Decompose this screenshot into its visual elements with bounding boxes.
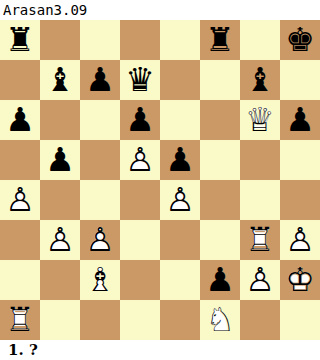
square-d6[interactable]: ♟ xyxy=(120,100,160,140)
black-pawn-piece[interactable]: ♟ xyxy=(280,100,320,140)
black-pawn-piece[interactable]: ♟ xyxy=(40,140,80,180)
white-pawn-glyph-outline: ♙ xyxy=(120,140,160,180)
square-b3[interactable]: ♟♙ xyxy=(40,220,80,260)
white-pawn-glyph-outline: ♙ xyxy=(0,180,40,220)
black-pawn-glyph: ♟ xyxy=(40,140,80,180)
square-f3[interactable] xyxy=(200,220,240,260)
black-pawn-glyph: ♟ xyxy=(200,260,240,300)
square-h7[interactable] xyxy=(280,60,320,100)
black-rook-piece[interactable]: ♜ xyxy=(200,20,240,60)
square-f1[interactable]: ♞♘ xyxy=(200,300,240,340)
square-e3[interactable] xyxy=(160,220,200,260)
square-g4[interactable] xyxy=(240,180,280,220)
black-pawn-glyph: ♟ xyxy=(0,100,40,140)
square-g1[interactable] xyxy=(240,300,280,340)
square-e5[interactable]: ♟ xyxy=(160,140,200,180)
square-d4[interactable] xyxy=(120,180,160,220)
square-g8[interactable] xyxy=(240,20,280,60)
white-knight-glyph-outline: ♘ xyxy=(200,300,240,340)
white-king-piece[interactable]: ♚♔ xyxy=(280,260,320,300)
square-a3[interactable] xyxy=(0,220,40,260)
black-pawn-piece[interactable]: ♟ xyxy=(80,60,120,100)
square-c3[interactable]: ♟♙ xyxy=(80,220,120,260)
black-bishop-glyph: ♝ xyxy=(240,60,280,100)
square-h2[interactable]: ♚♔ xyxy=(280,260,320,300)
white-bishop-piece[interactable]: ♝♗ xyxy=(80,260,120,300)
square-c8[interactable] xyxy=(80,20,120,60)
square-h6[interactable]: ♟ xyxy=(280,100,320,140)
square-a6[interactable]: ♟ xyxy=(0,100,40,140)
square-d2[interactable] xyxy=(120,260,160,300)
square-e1[interactable] xyxy=(160,300,200,340)
status-bar: 1. ? xyxy=(0,340,320,360)
square-a7[interactable] xyxy=(0,60,40,100)
square-d8[interactable] xyxy=(120,20,160,60)
square-c4[interactable] xyxy=(80,180,120,220)
black-king-glyph: ♚ xyxy=(280,20,320,60)
white-bishop-glyph-outline: ♗ xyxy=(80,260,120,300)
white-pawn-piece[interactable]: ♟♙ xyxy=(80,220,120,260)
square-h1[interactable] xyxy=(280,300,320,340)
square-b6[interactable] xyxy=(40,100,80,140)
white-queen-glyph-outline: ♕ xyxy=(240,100,280,140)
square-f5[interactable] xyxy=(200,140,240,180)
chess-board: ♜♜♚♝♟♛♝♟♟♛♕♟♟♟♙♟♟♙♟♙♟♙♟♙♜♖♟♙♝♗♟♟♙♚♔♜♖♞♘ xyxy=(0,20,320,340)
black-bishop-piece[interactable]: ♝ xyxy=(40,60,80,100)
square-d5[interactable]: ♟♙ xyxy=(120,140,160,180)
title-bar: Arasan3.09 xyxy=(0,0,320,20)
black-king-piece[interactable]: ♚ xyxy=(280,20,320,60)
black-rook-glyph: ♜ xyxy=(0,20,40,60)
square-h3[interactable]: ♟♙ xyxy=(280,220,320,260)
black-pawn-piece[interactable]: ♟ xyxy=(0,100,40,140)
square-f7[interactable] xyxy=(200,60,240,100)
square-a2[interactable] xyxy=(0,260,40,300)
square-e7[interactable] xyxy=(160,60,200,100)
black-pawn-piece[interactable]: ♟ xyxy=(160,140,200,180)
black-pawn-glyph: ♟ xyxy=(80,60,120,100)
white-rook-glyph-outline: ♖ xyxy=(0,300,40,340)
square-b7[interactable]: ♝ xyxy=(40,60,80,100)
square-e4[interactable]: ♟♙ xyxy=(160,180,200,220)
square-c6[interactable] xyxy=(80,100,120,140)
white-pawn-piece[interactable]: ♟♙ xyxy=(120,140,160,180)
square-h5[interactable] xyxy=(280,140,320,180)
square-a5[interactable] xyxy=(0,140,40,180)
white-pawn-piece[interactable]: ♟♙ xyxy=(0,180,40,220)
engine-title: Arasan3.09 xyxy=(0,2,87,18)
white-pawn-piece[interactable]: ♟♙ xyxy=(280,220,320,260)
black-rook-glyph: ♜ xyxy=(200,20,240,60)
white-king-glyph-outline: ♔ xyxy=(280,260,320,300)
black-bishop-piece[interactable]: ♝ xyxy=(240,60,280,100)
black-pawn-glyph: ♟ xyxy=(120,100,160,140)
square-a4[interactable]: ♟♙ xyxy=(0,180,40,220)
square-g2[interactable]: ♟♙ xyxy=(240,260,280,300)
square-e2[interactable] xyxy=(160,260,200,300)
square-b4[interactable] xyxy=(40,180,80,220)
square-g6[interactable]: ♛♕ xyxy=(240,100,280,140)
white-pawn-glyph-outline: ♙ xyxy=(280,220,320,260)
black-pawn-glyph: ♟ xyxy=(160,140,200,180)
white-knight-piece[interactable]: ♞♘ xyxy=(200,300,240,340)
square-g5[interactable] xyxy=(240,140,280,180)
black-queen-piece[interactable]: ♛ xyxy=(120,60,160,100)
white-queen-piece[interactable]: ♛♕ xyxy=(240,100,280,140)
square-c1[interactable] xyxy=(80,300,120,340)
black-queen-glyph: ♛ xyxy=(120,60,160,100)
white-pawn-glyph-outline: ♙ xyxy=(160,180,200,220)
square-f4[interactable] xyxy=(200,180,240,220)
square-e6[interactable] xyxy=(160,100,200,140)
square-h8[interactable]: ♚ xyxy=(280,20,320,60)
white-pawn-piece[interactable]: ♟♙ xyxy=(240,260,280,300)
square-b5[interactable]: ♟ xyxy=(40,140,80,180)
square-c5[interactable] xyxy=(80,140,120,180)
square-b1[interactable] xyxy=(40,300,80,340)
square-h4[interactable] xyxy=(280,180,320,220)
square-d3[interactable] xyxy=(120,220,160,260)
move-prompt: 1. ? xyxy=(0,341,38,359)
white-rook-piece[interactable]: ♜♖ xyxy=(0,300,40,340)
square-d7[interactable]: ♛ xyxy=(120,60,160,100)
white-pawn-glyph-outline: ♙ xyxy=(240,260,280,300)
black-pawn-piece[interactable]: ♟ xyxy=(200,260,240,300)
square-g7[interactable]: ♝ xyxy=(240,60,280,100)
white-pawn-piece[interactable]: ♟♙ xyxy=(160,180,200,220)
square-f8[interactable]: ♜ xyxy=(200,20,240,60)
square-g3[interactable]: ♜♖ xyxy=(240,220,280,260)
square-b8[interactable] xyxy=(40,20,80,60)
square-e8[interactable] xyxy=(160,20,200,60)
square-c2[interactable]: ♝♗ xyxy=(80,260,120,300)
square-a1[interactable]: ♜♖ xyxy=(0,300,40,340)
square-b2[interactable] xyxy=(40,260,80,300)
white-pawn-glyph-outline: ♙ xyxy=(80,220,120,260)
black-pawn-glyph: ♟ xyxy=(280,100,320,140)
square-c7[interactable]: ♟ xyxy=(80,60,120,100)
white-pawn-piece[interactable]: ♟♙ xyxy=(40,220,80,260)
white-rook-glyph-outline: ♖ xyxy=(240,220,280,260)
square-a8[interactable]: ♜ xyxy=(0,20,40,60)
black-rook-piece[interactable]: ♜ xyxy=(0,20,40,60)
square-d1[interactable] xyxy=(120,300,160,340)
square-f6[interactable] xyxy=(200,100,240,140)
white-pawn-glyph-outline: ♙ xyxy=(40,220,80,260)
square-f2[interactable]: ♟ xyxy=(200,260,240,300)
black-bishop-glyph: ♝ xyxy=(40,60,80,100)
white-rook-piece[interactable]: ♜♖ xyxy=(240,220,280,260)
black-pawn-piece[interactable]: ♟ xyxy=(120,100,160,140)
